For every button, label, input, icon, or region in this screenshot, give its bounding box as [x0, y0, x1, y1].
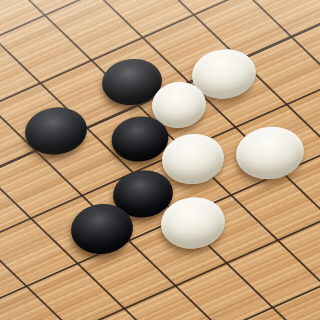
black-stone[interactable]: ●	[68, 200, 136, 257]
go-board-photo: ○●○●●○○●○●	[0, 0, 320, 320]
stones-layer: ○●○●●○○●○●	[0, 0, 320, 320]
white-stone[interactable]: ○	[158, 194, 228, 252]
black-stone[interactable]: ●	[22, 104, 89, 158]
white-stone[interactable]: ○	[233, 123, 307, 183]
